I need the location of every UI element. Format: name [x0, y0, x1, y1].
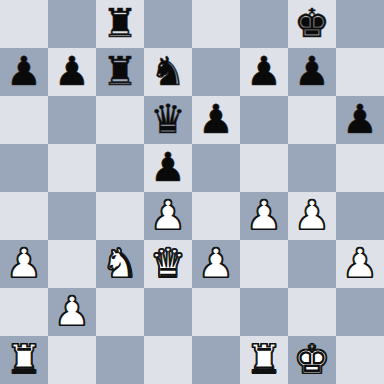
piece-black-pawn-h6[interactable]: ♟: [342, 96, 378, 143]
square-d7[interactable]: ♞: [144, 48, 192, 96]
square-g2[interactable]: [288, 288, 336, 336]
square-h6[interactable]: ♟: [336, 96, 384, 144]
piece-white-pawn-a3[interactable]: ♟: [6, 240, 42, 287]
square-b4[interactable]: [48, 192, 96, 240]
square-a2[interactable]: [0, 288, 48, 336]
square-e8[interactable]: [192, 0, 240, 48]
square-g8[interactable]: ♚: [288, 0, 336, 48]
piece-white-rook-a1[interactable]: ♜: [6, 336, 42, 383]
square-c1[interactable]: [96, 336, 144, 384]
piece-white-king-g1[interactable]: ♚: [294, 336, 330, 383]
piece-black-rook-c8[interactable]: ♜: [102, 0, 138, 47]
square-b7[interactable]: ♟: [48, 48, 96, 96]
piece-white-pawn-b2[interactable]: ♟: [54, 288, 90, 335]
piece-black-rook-c7[interactable]: ♜: [102, 48, 138, 95]
piece-black-pawn-g7[interactable]: ♟: [294, 48, 330, 95]
piece-white-rook-f1[interactable]: ♜: [246, 336, 282, 383]
square-h1[interactable]: [336, 336, 384, 384]
square-a6[interactable]: [0, 96, 48, 144]
square-c2[interactable]: [96, 288, 144, 336]
square-g4[interactable]: ♟: [288, 192, 336, 240]
square-b1[interactable]: [48, 336, 96, 384]
square-h7[interactable]: [336, 48, 384, 96]
square-h5[interactable]: [336, 144, 384, 192]
square-b5[interactable]: [48, 144, 96, 192]
piece-white-queen-d3[interactable]: ♛: [150, 240, 186, 287]
square-b8[interactable]: [48, 0, 96, 48]
piece-black-knight-d7[interactable]: ♞: [150, 48, 186, 95]
square-c8[interactable]: ♜: [96, 0, 144, 48]
square-a1[interactable]: ♜: [0, 336, 48, 384]
square-c6[interactable]: [96, 96, 144, 144]
piece-white-pawn-e3[interactable]: ♟: [198, 240, 234, 287]
piece-white-knight-c3[interactable]: ♞: [102, 240, 138, 287]
square-g3[interactable]: [288, 240, 336, 288]
square-f4[interactable]: ♟: [240, 192, 288, 240]
square-c5[interactable]: [96, 144, 144, 192]
square-c3[interactable]: ♞: [96, 240, 144, 288]
square-g5[interactable]: [288, 144, 336, 192]
square-a4[interactable]: [0, 192, 48, 240]
square-a3[interactable]: ♟: [0, 240, 48, 288]
piece-white-pawn-f4[interactable]: ♟: [246, 192, 282, 239]
square-d2[interactable]: [144, 288, 192, 336]
square-b6[interactable]: [48, 96, 96, 144]
square-b3[interactable]: [48, 240, 96, 288]
square-b2[interactable]: ♟: [48, 288, 96, 336]
square-d1[interactable]: [144, 336, 192, 384]
square-f6[interactable]: [240, 96, 288, 144]
piece-black-queen-d6[interactable]: ♛: [150, 96, 186, 143]
square-f5[interactable]: [240, 144, 288, 192]
square-h4[interactable]: [336, 192, 384, 240]
square-d6[interactable]: ♛: [144, 96, 192, 144]
square-e4[interactable]: [192, 192, 240, 240]
piece-white-pawn-g4[interactable]: ♟: [294, 192, 330, 239]
square-h8[interactable]: [336, 0, 384, 48]
square-d4[interactable]: ♟: [144, 192, 192, 240]
square-e2[interactable]: [192, 288, 240, 336]
square-d5[interactable]: ♟: [144, 144, 192, 192]
square-g1[interactable]: ♚: [288, 336, 336, 384]
square-f3[interactable]: [240, 240, 288, 288]
piece-white-pawn-h3[interactable]: ♟: [342, 240, 378, 287]
square-f8[interactable]: [240, 0, 288, 48]
piece-white-pawn-d4[interactable]: ♟: [150, 192, 186, 239]
square-e5[interactable]: [192, 144, 240, 192]
square-a7[interactable]: ♟: [0, 48, 48, 96]
chess-board: ♜♚♟♟♜♞♟♟♛♟♟♟♟♟♟♟♞♛♟♟♟♜♜♚: [0, 0, 384, 384]
square-c7[interactable]: ♜: [96, 48, 144, 96]
piece-black-king-g8[interactable]: ♚: [294, 0, 330, 47]
square-h2[interactable]: [336, 288, 384, 336]
square-e6[interactable]: ♟: [192, 96, 240, 144]
piece-black-pawn-a7[interactable]: ♟: [6, 48, 42, 95]
piece-black-pawn-b7[interactable]: ♟: [54, 48, 90, 95]
square-d3[interactable]: ♛: [144, 240, 192, 288]
piece-black-pawn-f7[interactable]: ♟: [246, 48, 282, 95]
square-f7[interactable]: ♟: [240, 48, 288, 96]
square-f1[interactable]: ♜: [240, 336, 288, 384]
square-g6[interactable]: [288, 96, 336, 144]
square-e7[interactable]: [192, 48, 240, 96]
square-a8[interactable]: [0, 0, 48, 48]
square-c4[interactable]: [96, 192, 144, 240]
square-f2[interactable]: [240, 288, 288, 336]
piece-black-pawn-d5[interactable]: ♟: [150, 144, 186, 191]
square-h3[interactable]: ♟: [336, 240, 384, 288]
square-g7[interactable]: ♟: [288, 48, 336, 96]
square-d8[interactable]: [144, 0, 192, 48]
square-e1[interactable]: [192, 336, 240, 384]
square-e3[interactable]: ♟: [192, 240, 240, 288]
square-a5[interactable]: [0, 144, 48, 192]
piece-black-pawn-e6[interactable]: ♟: [198, 96, 234, 143]
